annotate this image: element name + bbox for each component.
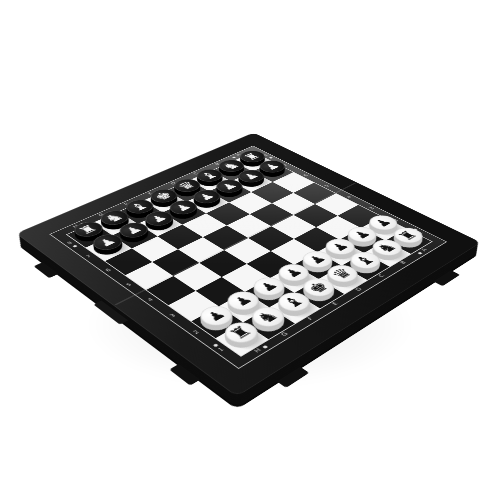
- product-photo-scene: HH88GG77FF66EE55DD44CC33BB22AA11 ♜♞♟♝♟♛♟…: [0, 0, 500, 500]
- piece-black-pawn-h7[interactable]: ♟: [88, 237, 127, 259]
- piece-white-rook-h1[interactable]: ♜: [218, 325, 263, 354]
